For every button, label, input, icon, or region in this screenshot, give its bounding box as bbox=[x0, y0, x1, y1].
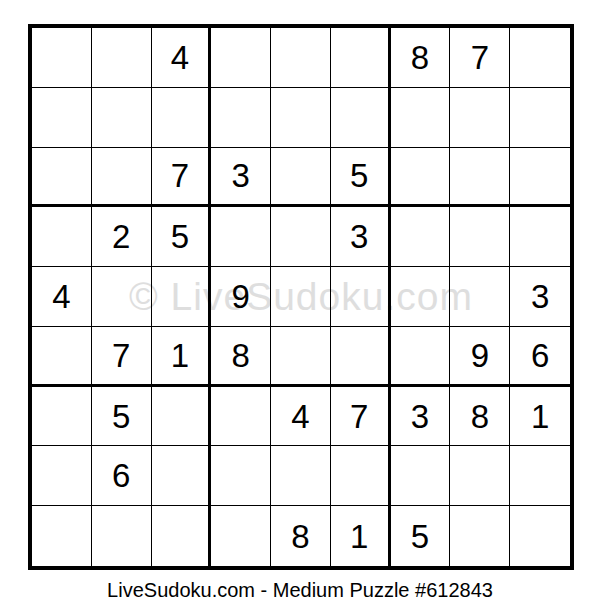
given-digit: 5 bbox=[350, 159, 368, 192]
cell-r2c8[interactable] bbox=[450, 88, 510, 148]
cell-r7c5[interactable]: 4 bbox=[271, 387, 331, 447]
given-digit: 8 bbox=[411, 41, 429, 74]
given-digit: 3 bbox=[531, 280, 549, 313]
cell-r6c8[interactable]: 9 bbox=[450, 327, 510, 387]
cell-r7c4[interactable] bbox=[211, 387, 271, 447]
cell-r7c9[interactable]: 1 bbox=[510, 387, 570, 447]
cell-r8c4[interactable] bbox=[211, 446, 271, 506]
cell-r6c3[interactable]: 1 bbox=[152, 327, 212, 387]
sudoku-board: 487735253493718965473816815 bbox=[28, 24, 574, 570]
cell-r6c9[interactable]: 6 bbox=[510, 327, 570, 387]
cell-r8c2[interactable]: 6 bbox=[92, 446, 152, 506]
cell-r3c5[interactable] bbox=[271, 148, 331, 208]
given-digit: 3 bbox=[411, 400, 429, 433]
cell-r1c4[interactable] bbox=[211, 28, 271, 88]
cell-r6c1[interactable] bbox=[32, 327, 92, 387]
given-digit: 7 bbox=[171, 159, 189, 192]
cell-r6c2[interactable]: 7 bbox=[92, 327, 152, 387]
given-digit: 8 bbox=[291, 520, 309, 553]
cell-r6c7[interactable] bbox=[391, 327, 451, 387]
cell-r9c4[interactable] bbox=[211, 506, 271, 566]
cell-r8c8[interactable] bbox=[450, 446, 510, 506]
cell-r9c3[interactable] bbox=[152, 506, 212, 566]
given-digit: 9 bbox=[232, 280, 250, 313]
cell-r1c9[interactable] bbox=[510, 28, 570, 88]
given-digit: 5 bbox=[112, 400, 130, 433]
given-digit: 8 bbox=[471, 400, 489, 433]
cell-r3c9[interactable] bbox=[510, 148, 570, 208]
cell-r4c6[interactable]: 3 bbox=[331, 207, 391, 267]
cell-r3c3[interactable]: 7 bbox=[152, 148, 212, 208]
cell-r3c8[interactable] bbox=[450, 148, 510, 208]
given-digit: 1 bbox=[171, 339, 189, 372]
cell-r2c2[interactable] bbox=[92, 88, 152, 148]
cell-r2c1[interactable] bbox=[32, 88, 92, 148]
cell-r2c5[interactable] bbox=[271, 88, 331, 148]
cell-r2c4[interactable] bbox=[211, 88, 271, 148]
given-digit: 8 bbox=[232, 339, 250, 372]
cell-r8c1[interactable] bbox=[32, 446, 92, 506]
cell-r5c8[interactable] bbox=[450, 267, 510, 327]
cell-r5c4[interactable]: 9 bbox=[211, 267, 271, 327]
cell-r8c5[interactable] bbox=[271, 446, 331, 506]
cell-r6c4[interactable]: 8 bbox=[211, 327, 271, 387]
given-digit: 5 bbox=[411, 520, 429, 553]
given-digit: 9 bbox=[471, 339, 489, 372]
cell-r4c5[interactable] bbox=[271, 207, 331, 267]
cell-r1c1[interactable] bbox=[32, 28, 92, 88]
given-digit: 7 bbox=[350, 400, 368, 433]
cell-r3c2[interactable] bbox=[92, 148, 152, 208]
cell-r4c3[interactable]: 5 bbox=[152, 207, 212, 267]
cell-r8c7[interactable] bbox=[391, 446, 451, 506]
cell-r1c3[interactable]: 4 bbox=[152, 28, 212, 88]
cell-r3c7[interactable] bbox=[391, 148, 451, 208]
cell-r1c5[interactable] bbox=[271, 28, 331, 88]
cell-r4c9[interactable] bbox=[510, 207, 570, 267]
cell-r2c3[interactable] bbox=[152, 88, 212, 148]
given-digit: 6 bbox=[531, 339, 549, 372]
cell-r9c6[interactable]: 1 bbox=[331, 506, 391, 566]
cell-r1c8[interactable]: 7 bbox=[450, 28, 510, 88]
cell-r4c2[interactable]: 2 bbox=[92, 207, 152, 267]
cell-r7c7[interactable]: 3 bbox=[391, 387, 451, 447]
cell-r8c6[interactable] bbox=[331, 446, 391, 506]
cell-r8c3[interactable] bbox=[152, 446, 212, 506]
cell-r9c8[interactable] bbox=[450, 506, 510, 566]
cell-r7c2[interactable]: 5 bbox=[92, 387, 152, 447]
cell-r9c5[interactable]: 8 bbox=[271, 506, 331, 566]
cell-r5c6[interactable] bbox=[331, 267, 391, 327]
cell-r3c6[interactable]: 5 bbox=[331, 148, 391, 208]
given-digit: 3 bbox=[232, 159, 250, 192]
cell-r5c5[interactable] bbox=[271, 267, 331, 327]
cell-r7c8[interactable]: 8 bbox=[450, 387, 510, 447]
given-digit: 1 bbox=[350, 520, 368, 553]
cell-r2c9[interactable] bbox=[510, 88, 570, 148]
cell-r5c3[interactable] bbox=[152, 267, 212, 327]
cell-r5c1[interactable]: 4 bbox=[32, 267, 92, 327]
cell-r6c5[interactable] bbox=[271, 327, 331, 387]
puzzle-caption: LiveSudoku.com - Medium Puzzle #612843 bbox=[0, 579, 600, 602]
cell-r5c2[interactable] bbox=[92, 267, 152, 327]
cell-r1c6[interactable] bbox=[331, 28, 391, 88]
cell-r2c6[interactable] bbox=[331, 88, 391, 148]
cell-r9c1[interactable] bbox=[32, 506, 92, 566]
cell-r9c2[interactable] bbox=[92, 506, 152, 566]
cell-r5c7[interactable] bbox=[391, 267, 451, 327]
cell-r8c9[interactable] bbox=[510, 446, 570, 506]
cell-r9c7[interactable]: 5 bbox=[391, 506, 451, 566]
cell-r4c8[interactable] bbox=[450, 207, 510, 267]
cell-r4c4[interactable] bbox=[211, 207, 271, 267]
given-digit: 4 bbox=[52, 280, 70, 313]
cell-r5c9[interactable]: 3 bbox=[510, 267, 570, 327]
given-digit: 3 bbox=[350, 220, 368, 253]
cell-r4c1[interactable] bbox=[32, 207, 92, 267]
given-digit: 4 bbox=[171, 41, 189, 74]
given-digit: 2 bbox=[112, 220, 130, 253]
cell-r3c4[interactable]: 3 bbox=[211, 148, 271, 208]
cell-r3c1[interactable] bbox=[32, 148, 92, 208]
given-digit: 6 bbox=[112, 459, 130, 492]
cell-r7c1[interactable] bbox=[32, 387, 92, 447]
given-digit: 5 bbox=[171, 220, 189, 253]
cell-r1c7[interactable]: 8 bbox=[391, 28, 451, 88]
cell-r2c7[interactable] bbox=[391, 88, 451, 148]
cell-r7c6[interactable]: 7 bbox=[331, 387, 391, 447]
cell-r7c3[interactable] bbox=[152, 387, 212, 447]
given-digit: 7 bbox=[471, 41, 489, 74]
cell-r4c7[interactable] bbox=[391, 207, 451, 267]
given-digit: 4 bbox=[291, 400, 309, 433]
cell-r1c2[interactable] bbox=[92, 28, 152, 88]
cell-r9c9[interactable] bbox=[510, 506, 570, 566]
given-digit: 7 bbox=[112, 339, 130, 372]
sudoku-page: © LiveSudoku.com 48773525349371896547381… bbox=[0, 0, 600, 615]
cell-r6c6[interactable] bbox=[331, 327, 391, 387]
given-digit: 1 bbox=[531, 400, 549, 433]
